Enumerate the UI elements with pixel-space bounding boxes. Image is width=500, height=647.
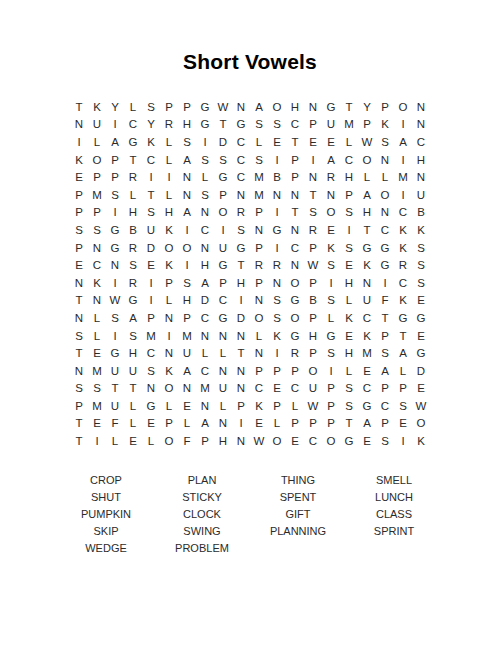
grid-cell[interactable]: C bbox=[124, 116, 142, 134]
grid-cell[interactable]: T bbox=[70, 432, 88, 450]
grid-cell[interactable]: P bbox=[250, 274, 268, 292]
grid-cell[interactable]: L bbox=[214, 344, 232, 362]
grid-cell[interactable]: P bbox=[106, 168, 124, 186]
grid-cell[interactable]: E bbox=[286, 432, 304, 450]
grid-cell[interactable]: P bbox=[160, 415, 178, 433]
grid-cell[interactable]: C bbox=[196, 221, 214, 239]
grid-cell[interactable]: P bbox=[70, 397, 88, 415]
grid-cell[interactable]: C bbox=[142, 344, 160, 362]
grid-cell[interactable]: O bbox=[268, 98, 286, 116]
grid-cell[interactable]: H bbox=[304, 327, 322, 345]
grid-cell[interactable]: K bbox=[88, 274, 106, 292]
grid-cell[interactable]: P bbox=[304, 344, 322, 362]
grid-cell[interactable]: K bbox=[268, 327, 286, 345]
grid-cell[interactable]: N bbox=[232, 432, 250, 450]
grid-cell[interactable]: L bbox=[358, 168, 376, 186]
grid-cell[interactable]: N bbox=[232, 362, 250, 380]
grid-cell[interactable]: N bbox=[412, 116, 430, 134]
grid-cell[interactable]: U bbox=[322, 116, 340, 134]
grid-cell[interactable]: M bbox=[142, 327, 160, 345]
grid-cell[interactable]: N bbox=[178, 168, 196, 186]
grid-cell[interactable]: G bbox=[376, 256, 394, 274]
grid-cell[interactable]: E bbox=[142, 415, 160, 433]
grid-cell[interactable]: P bbox=[286, 151, 304, 169]
grid-cell[interactable]: S bbox=[268, 292, 286, 310]
grid-cell[interactable]: P bbox=[106, 151, 124, 169]
grid-cell[interactable]: M bbox=[88, 397, 106, 415]
grid-cell[interactable]: C bbox=[340, 151, 358, 169]
grid-cell[interactable]: G bbox=[412, 344, 430, 362]
grid-cell[interactable]: A bbox=[124, 309, 142, 327]
grid-cell[interactable]: P bbox=[322, 380, 340, 398]
grid-cell[interactable]: H bbox=[124, 204, 142, 222]
grid-cell[interactable]: K bbox=[322, 239, 340, 257]
grid-cell[interactable]: F bbox=[178, 432, 196, 450]
grid-cell[interactable]: I bbox=[322, 362, 340, 380]
grid-cell[interactable]: E bbox=[70, 168, 88, 186]
grid-cell[interactable]: C bbox=[394, 274, 412, 292]
grid-cell[interactable]: E bbox=[412, 327, 430, 345]
grid-cell[interactable]: K bbox=[88, 98, 106, 116]
grid-cell[interactable]: L bbox=[394, 362, 412, 380]
grid-cell[interactable]: A bbox=[358, 415, 376, 433]
grid-cell[interactable]: C bbox=[88, 256, 106, 274]
grid-cell[interactable]: W bbox=[304, 256, 322, 274]
grid-cell[interactable]: S bbox=[106, 186, 124, 204]
grid-cell[interactable]: K bbox=[160, 221, 178, 239]
grid-cell[interactable]: L bbox=[88, 309, 106, 327]
grid-cell[interactable]: I bbox=[106, 327, 124, 345]
grid-cell[interactable]: S bbox=[376, 344, 394, 362]
grid-cell[interactable]: E bbox=[340, 256, 358, 274]
grid-cell[interactable]: S bbox=[322, 344, 340, 362]
grid-cell[interactable]: N bbox=[106, 256, 124, 274]
grid-cell[interactable]: A bbox=[250, 98, 268, 116]
grid-cell[interactable]: O bbox=[214, 204, 232, 222]
grid-cell[interactable]: I bbox=[394, 116, 412, 134]
grid-cell[interactable]: O bbox=[322, 432, 340, 450]
grid-cell[interactable]: I bbox=[340, 221, 358, 239]
grid-cell[interactable]: N bbox=[70, 116, 88, 134]
grid-cell[interactable]: S bbox=[376, 133, 394, 151]
grid-cell[interactable]: T bbox=[286, 133, 304, 151]
grid-cell[interactable]: L bbox=[268, 415, 286, 433]
grid-cell[interactable]: K bbox=[376, 116, 394, 134]
grid-cell[interactable]: C bbox=[394, 204, 412, 222]
grid-cell[interactable]: T bbox=[106, 380, 124, 398]
grid-cell[interactable]: G bbox=[214, 168, 232, 186]
grid-cell[interactable]: S bbox=[304, 204, 322, 222]
grid-cell[interactable]: R bbox=[232, 204, 250, 222]
grid-cell[interactable]: M bbox=[358, 344, 376, 362]
grid-cell[interactable]: L bbox=[196, 344, 214, 362]
grid-cell[interactable]: A bbox=[178, 204, 196, 222]
grid-cell[interactable]: A bbox=[394, 133, 412, 151]
grid-cell[interactable]: H bbox=[178, 292, 196, 310]
grid-cell[interactable]: P bbox=[376, 415, 394, 433]
grid-cell[interactable]: E bbox=[394, 415, 412, 433]
grid-cell[interactable]: I bbox=[304, 151, 322, 169]
grid-cell[interactable]: C bbox=[358, 309, 376, 327]
grid-cell[interactable]: P bbox=[250, 239, 268, 257]
grid-cell[interactable]: A bbox=[196, 415, 214, 433]
grid-cell[interactable]: G bbox=[214, 256, 232, 274]
grid-cell[interactable]: N bbox=[304, 168, 322, 186]
grid-cell[interactable]: O bbox=[304, 362, 322, 380]
grid-cell[interactable]: L bbox=[88, 133, 106, 151]
grid-cell[interactable]: S bbox=[340, 239, 358, 257]
grid-cell[interactable]: M bbox=[88, 362, 106, 380]
grid-cell[interactable]: N bbox=[196, 397, 214, 415]
grid-cell[interactable]: N bbox=[196, 239, 214, 257]
grid-cell[interactable]: H bbox=[340, 274, 358, 292]
grid-cell[interactable]: G bbox=[106, 221, 124, 239]
grid-cell[interactable]: U bbox=[412, 186, 430, 204]
grid-cell[interactable]: K bbox=[412, 432, 430, 450]
grid-cell[interactable]: T bbox=[340, 415, 358, 433]
grid-cell[interactable]: R bbox=[124, 239, 142, 257]
grid-cell[interactable]: W bbox=[250, 432, 268, 450]
grid-cell[interactable]: D bbox=[142, 239, 160, 257]
grid-cell[interactable]: T bbox=[70, 344, 88, 362]
grid-cell[interactable]: N bbox=[160, 344, 178, 362]
grid-cell[interactable]: K bbox=[142, 133, 160, 151]
grid-cell[interactable]: R bbox=[268, 256, 286, 274]
grid-cell[interactable]: K bbox=[250, 397, 268, 415]
grid-cell[interactable]: M bbox=[178, 327, 196, 345]
grid-cell[interactable]: S bbox=[88, 380, 106, 398]
grid-cell[interactable]: N bbox=[286, 221, 304, 239]
grid-cell[interactable]: O bbox=[250, 309, 268, 327]
grid-cell[interactable]: R bbox=[250, 256, 268, 274]
grid-cell[interactable]: P bbox=[70, 186, 88, 204]
grid-cell[interactable]: L bbox=[160, 292, 178, 310]
grid-cell[interactable]: K bbox=[160, 256, 178, 274]
grid-cell[interactable]: S bbox=[196, 151, 214, 169]
grid-cell[interactable]: L bbox=[88, 327, 106, 345]
grid-cell[interactable]: U bbox=[142, 221, 160, 239]
grid-cell[interactable]: K bbox=[412, 221, 430, 239]
grid-cell[interactable]: S bbox=[322, 292, 340, 310]
grid-cell[interactable]: P bbox=[358, 116, 376, 134]
grid-cell[interactable]: C bbox=[232, 133, 250, 151]
grid-cell[interactable]: S bbox=[268, 116, 286, 134]
grid-cell[interactable]: T bbox=[70, 292, 88, 310]
grid-cell[interactable]: D bbox=[232, 309, 250, 327]
grid-cell[interactable]: U bbox=[214, 239, 232, 257]
grid-cell[interactable]: K bbox=[394, 221, 412, 239]
grid-cell[interactable]: A bbox=[178, 151, 196, 169]
grid-cell[interactable]: W bbox=[106, 292, 124, 310]
grid-cell[interactable]: N bbox=[88, 292, 106, 310]
grid-cell[interactable]: P bbox=[376, 327, 394, 345]
grid-cell[interactable]: N bbox=[232, 327, 250, 345]
grid-cell[interactable]: L bbox=[250, 133, 268, 151]
grid-cell[interactable]: H bbox=[340, 168, 358, 186]
grid-cell[interactable]: A bbox=[196, 274, 214, 292]
grid-cell[interactable]: E bbox=[304, 133, 322, 151]
grid-cell[interactable]: G bbox=[268, 221, 286, 239]
grid-cell[interactable]: C bbox=[358, 380, 376, 398]
grid-cell[interactable]: L bbox=[160, 397, 178, 415]
grid-cell[interactable]: E bbox=[412, 380, 430, 398]
grid-cell[interactable]: U bbox=[358, 292, 376, 310]
grid-cell[interactable]: I bbox=[394, 151, 412, 169]
grid-cell[interactable]: T bbox=[232, 344, 250, 362]
grid-cell[interactable]: F bbox=[106, 415, 124, 433]
grid-cell[interactable]: U bbox=[106, 397, 124, 415]
grid-cell[interactable]: T bbox=[232, 256, 250, 274]
grid-cell[interactable]: S bbox=[340, 380, 358, 398]
grid-cell[interactable]: G bbox=[358, 397, 376, 415]
grid-cell[interactable]: L bbox=[160, 186, 178, 204]
grid-cell[interactable]: T bbox=[70, 415, 88, 433]
grid-cell[interactable]: S bbox=[412, 239, 430, 257]
grid-cell[interactable]: K bbox=[358, 327, 376, 345]
grid-cell[interactable]: K bbox=[394, 239, 412, 257]
grid-cell[interactable]: E bbox=[124, 432, 142, 450]
grid-cell[interactable]: G bbox=[106, 344, 124, 362]
grid-cell[interactable]: O bbox=[286, 309, 304, 327]
grid-cell[interactable]: U bbox=[178, 344, 196, 362]
grid-cell[interactable]: A bbox=[178, 362, 196, 380]
grid-cell[interactable]: N bbox=[70, 362, 88, 380]
grid-cell[interactable]: S bbox=[268, 309, 286, 327]
grid-cell[interactable]: N bbox=[250, 292, 268, 310]
grid-cell[interactable]: L bbox=[250, 327, 268, 345]
grid-cell[interactable]: P bbox=[376, 380, 394, 398]
grid-cell[interactable]: I bbox=[142, 168, 160, 186]
grid-cell[interactable]: S bbox=[178, 133, 196, 151]
grid-cell[interactable]: P bbox=[394, 380, 412, 398]
grid-cell[interactable]: D bbox=[412, 362, 430, 380]
grid-cell[interactable]: U bbox=[214, 380, 232, 398]
grid-cell[interactable]: I bbox=[376, 274, 394, 292]
grid-cell[interactable]: M bbox=[250, 168, 268, 186]
grid-cell[interactable]: I bbox=[178, 221, 196, 239]
grid-cell[interactable]: P bbox=[250, 362, 268, 380]
grid-cell[interactable]: L bbox=[322, 309, 340, 327]
grid-cell[interactable]: T bbox=[340, 98, 358, 116]
grid-cell[interactable]: H bbox=[178, 116, 196, 134]
grid-cell[interactable]: N bbox=[358, 274, 376, 292]
grid-cell[interactable]: B bbox=[304, 292, 322, 310]
grid-cell[interactable]: B bbox=[124, 221, 142, 239]
grid-cell[interactable]: K bbox=[160, 362, 178, 380]
grid-cell[interactable]: A bbox=[106, 133, 124, 151]
grid-cell[interactable]: B bbox=[412, 204, 430, 222]
grid-cell[interactable]: P bbox=[268, 397, 286, 415]
grid-cell[interactable]: E bbox=[70, 256, 88, 274]
grid-cell[interactable]: P bbox=[160, 274, 178, 292]
grid-cell[interactable]: L bbox=[214, 397, 232, 415]
grid-cell[interactable]: L bbox=[124, 415, 142, 433]
grid-cell[interactable]: N bbox=[250, 221, 268, 239]
grid-cell[interactable]: H bbox=[286, 98, 304, 116]
grid-cell[interactable]: S bbox=[124, 256, 142, 274]
grid-cell[interactable]: M bbox=[340, 116, 358, 134]
grid-cell[interactable]: T bbox=[358, 221, 376, 239]
grid-cell[interactable]: I bbox=[268, 204, 286, 222]
grid-cell[interactable]: O bbox=[358, 151, 376, 169]
grid-cell[interactable]: L bbox=[340, 292, 358, 310]
grid-cell[interactable]: C bbox=[232, 168, 250, 186]
grid-cell[interactable]: P bbox=[322, 397, 340, 415]
grid-cell[interactable]: S bbox=[340, 397, 358, 415]
grid-cell[interactable]: U bbox=[304, 380, 322, 398]
grid-cell[interactable]: E bbox=[358, 432, 376, 450]
grid-cell[interactable]: Y bbox=[142, 116, 160, 134]
grid-cell[interactable]: G bbox=[358, 239, 376, 257]
grid-cell[interactable]: N bbox=[232, 98, 250, 116]
grid-cell[interactable]: G bbox=[196, 116, 214, 134]
grid-cell[interactable]: U bbox=[106, 362, 124, 380]
grid-cell[interactable]: S bbox=[412, 274, 430, 292]
grid-cell[interactable]: N bbox=[232, 186, 250, 204]
grid-cell[interactable]: N bbox=[142, 380, 160, 398]
grid-cell[interactable]: H bbox=[124, 344, 142, 362]
grid-cell[interactable]: K bbox=[70, 151, 88, 169]
grid-cell[interactable]: N bbox=[286, 256, 304, 274]
grid-cell[interactable]: A bbox=[394, 344, 412, 362]
grid-cell[interactable]: R bbox=[124, 168, 142, 186]
grid-cell[interactable]: P bbox=[250, 204, 268, 222]
grid-cell[interactable]: L bbox=[124, 98, 142, 116]
grid-cell[interactable]: K bbox=[340, 309, 358, 327]
grid-cell[interactable]: T bbox=[214, 116, 232, 134]
grid-cell[interactable]: G bbox=[232, 239, 250, 257]
grid-cell[interactable]: P bbox=[340, 186, 358, 204]
grid-cell[interactable]: I bbox=[88, 432, 106, 450]
grid-cell[interactable]: K bbox=[394, 292, 412, 310]
grid-cell[interactable]: L bbox=[376, 168, 394, 186]
grid-cell[interactable]: Y bbox=[106, 98, 124, 116]
grid-cell[interactable]: P bbox=[304, 274, 322, 292]
grid-cell[interactable]: A bbox=[376, 362, 394, 380]
grid-cell[interactable]: R bbox=[160, 116, 178, 134]
grid-cell[interactable]: S bbox=[322, 256, 340, 274]
grid-cell[interactable]: S bbox=[142, 204, 160, 222]
grid-cell[interactable]: A bbox=[322, 151, 340, 169]
grid-cell[interactable]: O bbox=[88, 151, 106, 169]
grid-cell[interactable]: P bbox=[304, 415, 322, 433]
grid-cell[interactable]: C bbox=[376, 221, 394, 239]
grid-cell[interactable]: W bbox=[358, 133, 376, 151]
grid-cell[interactable]: B bbox=[268, 168, 286, 186]
grid-cell[interactable]: L bbox=[178, 415, 196, 433]
grid-cell[interactable]: M bbox=[196, 380, 214, 398]
grid-cell[interactable]: L bbox=[106, 432, 124, 450]
grid-cell[interactable]: E bbox=[178, 397, 196, 415]
grid-cell[interactable]: I bbox=[214, 221, 232, 239]
grid-cell[interactable]: N bbox=[70, 309, 88, 327]
grid-cell[interactable]: W bbox=[412, 397, 430, 415]
grid-cell[interactable]: N bbox=[178, 380, 196, 398]
grid-cell[interactable]: O bbox=[286, 274, 304, 292]
grid-cell[interactable]: P bbox=[88, 204, 106, 222]
grid-cell[interactable]: C bbox=[232, 151, 250, 169]
grid-cell[interactable]: G bbox=[322, 98, 340, 116]
grid-cell[interactable]: G bbox=[376, 239, 394, 257]
grid-cell[interactable]: S bbox=[70, 221, 88, 239]
grid-cell[interactable]: G bbox=[124, 292, 142, 310]
grid-cell[interactable]: N bbox=[196, 204, 214, 222]
grid-cell[interactable]: T bbox=[394, 327, 412, 345]
grid-cell[interactable]: P bbox=[304, 239, 322, 257]
grid-cell[interactable]: I bbox=[394, 432, 412, 450]
grid-cell[interactable]: S bbox=[124, 327, 142, 345]
grid-cell[interactable]: D bbox=[214, 133, 232, 151]
grid-cell[interactable]: S bbox=[376, 432, 394, 450]
grid-cell[interactable]: I bbox=[232, 415, 250, 433]
grid-cell[interactable]: I bbox=[142, 292, 160, 310]
grid-cell[interactable]: N bbox=[304, 98, 322, 116]
grid-cell[interactable]: S bbox=[70, 327, 88, 345]
grid-cell[interactable]: G bbox=[322, 327, 340, 345]
grid-cell[interactable]: K bbox=[358, 256, 376, 274]
grid-cell[interactable]: I bbox=[268, 151, 286, 169]
grid-cell[interactable]: H bbox=[340, 344, 358, 362]
grid-cell[interactable]: R bbox=[394, 256, 412, 274]
grid-cell[interactable]: E bbox=[268, 380, 286, 398]
grid-cell[interactable]: U bbox=[124, 362, 142, 380]
grid-cell[interactable]: O bbox=[160, 380, 178, 398]
grid-cell[interactable]: O bbox=[376, 186, 394, 204]
grid-cell[interactable]: N bbox=[160, 309, 178, 327]
grid-cell[interactable]: E bbox=[322, 221, 340, 239]
grid-cell[interactable]: P bbox=[178, 309, 196, 327]
grid-cell[interactable]: C bbox=[286, 239, 304, 257]
grid-cell[interactable]: N bbox=[412, 98, 430, 116]
grid-cell[interactable]: L bbox=[286, 397, 304, 415]
grid-cell[interactable]: S bbox=[106, 309, 124, 327]
grid-cell[interactable]: W bbox=[304, 397, 322, 415]
grid-cell[interactable]: W bbox=[214, 98, 232, 116]
grid-cell[interactable]: H bbox=[160, 204, 178, 222]
grid-cell[interactable]: F bbox=[376, 292, 394, 310]
grid-cell[interactable]: C bbox=[304, 432, 322, 450]
grid-cell[interactable]: C bbox=[142, 151, 160, 169]
grid-cell[interactable]: M bbox=[250, 186, 268, 204]
grid-cell[interactable]: C bbox=[250, 380, 268, 398]
grid-cell[interactable]: H bbox=[214, 432, 232, 450]
grid-cell[interactable]: G bbox=[124, 133, 142, 151]
grid-cell[interactable]: S bbox=[70, 380, 88, 398]
grid-cell[interactable]: N bbox=[70, 274, 88, 292]
grid-cell[interactable]: S bbox=[394, 397, 412, 415]
grid-cell[interactable]: P bbox=[286, 415, 304, 433]
grid-cell[interactable]: P bbox=[142, 309, 160, 327]
grid-cell[interactable]: I bbox=[394, 186, 412, 204]
grid-cell[interactable]: I bbox=[160, 327, 178, 345]
grid-cell[interactable]: P bbox=[376, 98, 394, 116]
grid-cell[interactable]: L bbox=[340, 133, 358, 151]
grid-cell[interactable]: S bbox=[250, 151, 268, 169]
grid-cell[interactable]: N bbox=[232, 380, 250, 398]
grid-cell[interactable]: T bbox=[304, 186, 322, 204]
grid-cell[interactable]: C bbox=[214, 292, 232, 310]
grid-cell[interactable]: T bbox=[376, 309, 394, 327]
grid-cell[interactable]: R bbox=[322, 168, 340, 186]
grid-cell[interactable]: S bbox=[196, 186, 214, 204]
grid-cell[interactable]: P bbox=[178, 98, 196, 116]
grid-cell[interactable]: O bbox=[268, 432, 286, 450]
grid-cell[interactable]: I bbox=[322, 274, 340, 292]
grid-cell[interactable]: N bbox=[376, 151, 394, 169]
grid-cell[interactable]: L bbox=[160, 133, 178, 151]
grid-cell[interactable]: G bbox=[286, 327, 304, 345]
grid-cell[interactable]: I bbox=[268, 239, 286, 257]
